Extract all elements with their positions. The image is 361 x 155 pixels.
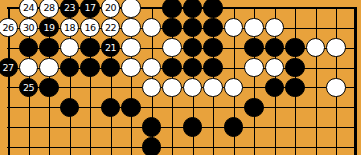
black-stone[interactable] (203, 18, 222, 37)
black-stone[interactable] (285, 78, 304, 97)
black-stone[interactable] (80, 58, 99, 77)
move-number: 28 (43, 3, 54, 13)
black-stone[interactable] (101, 98, 120, 117)
white-stone[interactable] (265, 58, 284, 77)
black-stone[interactable] (285, 58, 304, 77)
white-stone[interactable] (162, 78, 181, 97)
numbered-white-stone-24[interactable]: 24 (19, 0, 38, 18)
black-stone[interactable] (80, 38, 99, 57)
move-number: 21 (105, 43, 116, 53)
white-stone[interactable] (142, 18, 161, 37)
numbered-black-stone-21[interactable]: 21 (101, 38, 120, 57)
numbered-black-stone-23[interactable]: 23 (60, 0, 79, 18)
black-stone[interactable] (19, 38, 38, 57)
black-stone[interactable] (60, 58, 79, 77)
white-stone[interactable] (224, 18, 243, 37)
numbered-black-stone-17[interactable]: 17 (80, 0, 99, 18)
black-stone[interactable] (183, 18, 202, 37)
black-stone[interactable] (224, 117, 243, 136)
numbered-white-stone-26[interactable]: 26 (0, 18, 18, 37)
move-number: 22 (105, 23, 116, 33)
white-stone[interactable] (162, 38, 181, 57)
numbered-black-stone-25[interactable]: 25 (19, 78, 38, 97)
numbered-white-stone-28[interactable]: 28 (39, 0, 58, 18)
white-stone[interactable] (244, 18, 263, 37)
black-stone[interactable] (265, 38, 284, 57)
white-stone[interactable] (142, 78, 161, 97)
black-stone[interactable] (183, 38, 202, 57)
black-stone[interactable] (203, 38, 222, 57)
black-stone[interactable] (265, 78, 284, 97)
black-stone[interactable] (101, 58, 120, 77)
numbered-white-stone-20[interactable]: 20 (101, 0, 120, 18)
go-board[interactable]: 2428231720263019181622212725 (0, 0, 361, 155)
white-stone[interactable] (39, 58, 58, 77)
black-stone[interactable] (183, 0, 202, 18)
black-stone[interactable] (183, 58, 202, 77)
numbered-white-stone-16[interactable]: 16 (80, 18, 99, 37)
white-stone[interactable] (326, 38, 345, 57)
black-stone[interactable] (39, 78, 58, 97)
white-stone[interactable] (121, 38, 140, 57)
black-stone[interactable] (142, 117, 161, 136)
move-number: 30 (23, 23, 34, 33)
black-stone[interactable] (203, 0, 222, 18)
white-stone[interactable] (183, 78, 202, 97)
black-stone[interactable] (244, 38, 263, 57)
numbered-black-stone-27[interactable]: 27 (0, 58, 18, 77)
white-stone[interactable] (121, 58, 140, 77)
move-number: 24 (23, 3, 34, 13)
numbered-white-stone-30[interactable]: 30 (19, 18, 38, 37)
numbered-white-stone-18[interactable]: 18 (60, 18, 79, 37)
move-number: 26 (2, 23, 13, 33)
white-stone[interactable] (244, 58, 263, 77)
move-number: 16 (84, 23, 95, 33)
move-number: 27 (2, 63, 13, 73)
white-stone[interactable] (142, 58, 161, 77)
move-number: 17 (84, 3, 95, 13)
white-stone[interactable] (326, 78, 345, 97)
white-stone[interactable] (19, 58, 38, 77)
black-stone[interactable] (121, 98, 140, 117)
move-number: 19 (43, 23, 54, 33)
black-stone[interactable] (285, 38, 304, 57)
white-stone[interactable] (265, 18, 284, 37)
white-stone[interactable] (60, 38, 79, 57)
black-stone[interactable] (203, 58, 222, 77)
move-number: 25 (23, 83, 34, 93)
white-stone[interactable] (306, 38, 325, 57)
black-stone[interactable] (162, 58, 181, 77)
white-stone[interactable] (224, 78, 243, 97)
numbered-white-stone-22[interactable]: 22 (101, 18, 120, 37)
white-stone[interactable] (203, 78, 222, 97)
move-number: 18 (64, 23, 75, 33)
black-stone[interactable] (60, 98, 79, 117)
white-stone[interactable] (121, 0, 140, 18)
black-stone[interactable] (183, 117, 202, 136)
move-number: 20 (105, 3, 116, 13)
move-number: 23 (64, 3, 75, 13)
black-stone[interactable] (39, 38, 58, 57)
black-stone[interactable] (162, 18, 181, 37)
black-stone[interactable] (142, 137, 161, 155)
stones-layer: 2428231720263019181622212725 (0, 0, 361, 155)
white-stone[interactable] (121, 18, 140, 37)
black-stone[interactable] (162, 0, 181, 18)
numbered-black-stone-19[interactable]: 19 (39, 18, 58, 37)
black-stone[interactable] (244, 98, 263, 117)
